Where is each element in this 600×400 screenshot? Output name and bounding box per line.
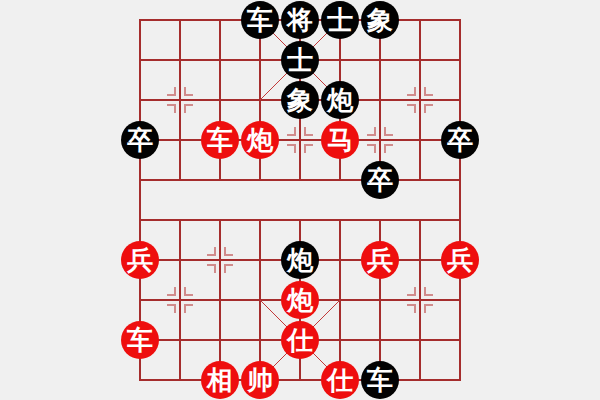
point-marker <box>280 120 320 160</box>
piece-red-chariot[interactable]: 车 <box>201 121 239 159</box>
piece-black-elephant[interactable]: 象 <box>361 1 399 39</box>
piece-red-advisor[interactable]: 仕 <box>281 321 319 359</box>
piece-red-general[interactable]: 帅 <box>241 361 279 399</box>
piece-black-general[interactable]: 将 <box>281 1 319 39</box>
point-marker <box>160 80 200 120</box>
xiangqi-board: 车将士象士象炮卒车炮马卒卒兵炮兵兵炮车仕相帅仕车 <box>0 0 600 400</box>
piece-red-cannon[interactable]: 炮 <box>241 121 279 159</box>
piece-red-advisor[interactable]: 仕 <box>321 361 359 399</box>
point-marker <box>400 80 440 120</box>
piece-black-advisor[interactable]: 士 <box>321 1 359 39</box>
piece-black-soldier[interactable]: 卒 <box>361 161 399 199</box>
piece-black-soldier[interactable]: 卒 <box>121 121 159 159</box>
piece-red-elephant[interactable]: 相 <box>201 361 239 399</box>
point-marker <box>360 120 400 160</box>
piece-red-cannon[interactable]: 炮 <box>281 281 319 319</box>
piece-red-soldier[interactable]: 兵 <box>441 241 479 279</box>
piece-black-elephant[interactable]: 象 <box>281 81 319 119</box>
piece-black-chariot[interactable]: 车 <box>361 361 399 399</box>
piece-red-soldier[interactable]: 兵 <box>361 241 399 279</box>
piece-red-chariot[interactable]: 车 <box>121 321 159 359</box>
piece-black-cannon[interactable]: 炮 <box>321 81 359 119</box>
point-marker <box>400 280 440 320</box>
piece-red-soldier[interactable]: 兵 <box>121 241 159 279</box>
piece-black-chariot[interactable]: 车 <box>241 1 279 39</box>
piece-red-horse[interactable]: 马 <box>321 121 359 159</box>
board-grid: 车将士象士象炮卒车炮马卒卒兵炮兵兵炮车仕相帅仕车 <box>120 0 480 400</box>
point-marker <box>200 240 240 280</box>
piece-black-soldier[interactable]: 卒 <box>441 121 479 159</box>
point-marker <box>160 280 200 320</box>
piece-black-cannon[interactable]: 炮 <box>281 241 319 279</box>
piece-black-advisor[interactable]: 士 <box>281 41 319 79</box>
